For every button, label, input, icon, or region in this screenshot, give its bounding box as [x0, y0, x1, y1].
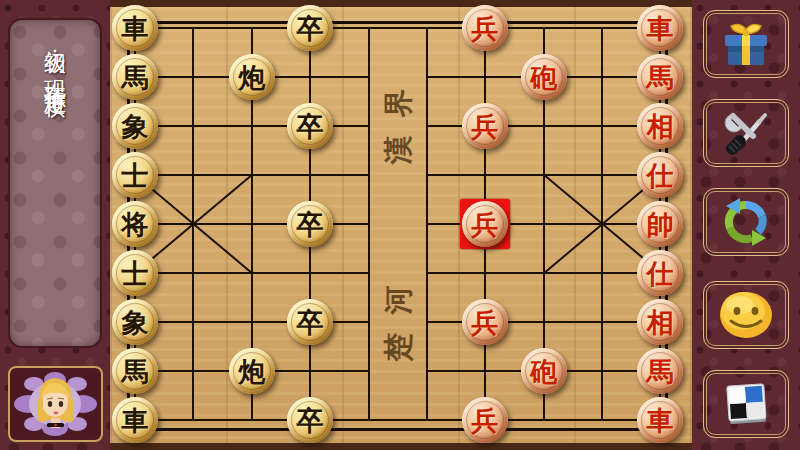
piece-red-兵[interactable]: 兵	[462, 5, 508, 51]
piece-red-相[interactable]: 相	[637, 103, 683, 149]
board-style-button[interactable]	[703, 370, 789, 438]
emotion-button[interactable]	[703, 281, 789, 349]
grid-line	[134, 223, 370, 225]
tools-icon	[719, 106, 773, 160]
piece-glyph: 馬	[122, 358, 149, 385]
piece-glyph: 仕	[647, 260, 674, 287]
refresh-icon	[718, 194, 774, 250]
grid-line	[134, 419, 661, 421]
piece-glyph: 炮	[239, 64, 266, 91]
restart-button[interactable]	[703, 188, 789, 256]
gift-button[interactable]	[703, 10, 789, 78]
player-avatar	[8, 366, 103, 442]
piece-red-砲[interactable]: 砲	[521, 348, 567, 394]
piece-black-象[interactable]: 象	[112, 299, 158, 345]
river-character: 界	[380, 85, 416, 121]
piece-black-車[interactable]: 車	[112, 5, 158, 51]
piece-red-仕[interactable]: 仕	[637, 250, 683, 296]
piece-glyph: 車	[122, 407, 149, 434]
grid-line	[134, 321, 370, 323]
piece-glyph: 象	[122, 113, 149, 140]
settings-button[interactable]	[703, 99, 789, 167]
piece-black-馬[interactable]: 馬	[112, 348, 158, 394]
piece-red-帥[interactable]: 帥	[637, 201, 683, 247]
piece-black-馬[interactable]: 馬	[112, 54, 158, 100]
piece-glyph: 兵	[472, 113, 499, 140]
piece-red-相[interactable]: 相	[637, 299, 683, 345]
grid-line	[134, 27, 661, 29]
piece-black-将[interactable]: 将	[112, 201, 158, 247]
piece-black-士[interactable]: 士	[112, 152, 158, 198]
piece-glyph: 馬	[647, 358, 674, 385]
piece-glyph: 象	[122, 309, 149, 336]
piece-red-兵[interactable]: 兵	[462, 299, 508, 345]
piece-glyph: 卒	[297, 407, 324, 434]
piece-black-炮[interactable]: 炮	[229, 54, 275, 100]
piece-red-兵[interactable]: 兵	[462, 103, 508, 149]
grid-line	[134, 125, 370, 127]
piece-glyph: 卒	[297, 15, 324, 42]
river-character: 河	[380, 282, 416, 318]
piece-glyph: 砲	[531, 358, 558, 385]
board-top-edge	[110, 0, 692, 7]
river-character: 漢	[380, 132, 416, 168]
xiangqi-board[interactable]: 界漢河楚 車馬象士将士象馬車炮炮卒卒卒卒卒兵兵兵兵兵砲砲車馬相仕帥仕相馬車	[110, 0, 692, 450]
smiley-icon	[718, 290, 774, 340]
piece-red-兵[interactable]: 兵	[462, 397, 508, 443]
piece-glyph: 帥	[647, 211, 674, 238]
piece-glyph: 車	[122, 15, 149, 42]
piece-glyph: 兵	[472, 309, 499, 336]
piece-glyph: 兵	[472, 211, 499, 238]
piece-glyph: 馬	[122, 64, 149, 91]
piece-red-兵[interactable]: 兵	[462, 201, 508, 247]
piece-glyph: 卒	[297, 211, 324, 238]
river-character: 楚	[380, 329, 416, 365]
piece-black-士[interactable]: 士	[112, 250, 158, 296]
piece-red-馬[interactable]: 馬	[637, 348, 683, 394]
checkered-cube-icon	[719, 377, 773, 431]
piece-glyph: 卒	[297, 309, 324, 336]
piece-glyph: 炮	[239, 358, 266, 385]
piece-red-仕[interactable]: 仕	[637, 152, 683, 198]
piece-red-馬[interactable]: 馬	[637, 54, 683, 100]
piece-glyph: 車	[647, 407, 674, 434]
piece-black-卒[interactable]: 卒	[287, 201, 333, 247]
piece-black-卒[interactable]: 卒	[287, 5, 333, 51]
avatar-girl-illustration	[10, 368, 101, 440]
piece-red-車[interactable]: 車	[637, 397, 683, 443]
piece-glyph: 将	[122, 211, 149, 238]
piece-glyph: 車	[647, 15, 674, 42]
piece-glyph: 砲	[531, 64, 558, 91]
status-panel: 初级：现在请你走棋！	[8, 18, 102, 348]
piece-glyph: 兵	[472, 15, 499, 42]
piece-glyph: 相	[647, 113, 674, 140]
status-message: 初级：现在请你走棋！	[40, 32, 70, 106]
piece-black-卒[interactable]: 卒	[287, 299, 333, 345]
piece-glyph: 馬	[647, 64, 674, 91]
board-bottom-edge	[110, 443, 692, 450]
piece-glyph: 卒	[297, 113, 324, 140]
piece-glyph: 兵	[472, 407, 499, 434]
piece-black-車[interactable]: 車	[112, 397, 158, 443]
piece-red-砲[interactable]: 砲	[521, 54, 567, 100]
piece-glyph: 士	[122, 260, 149, 287]
piece-red-車[interactable]: 車	[637, 5, 683, 51]
piece-black-卒[interactable]: 卒	[287, 397, 333, 443]
piece-black-炮[interactable]: 炮	[229, 348, 275, 394]
piece-black-象[interactable]: 象	[112, 103, 158, 149]
piece-glyph: 士	[122, 162, 149, 189]
piece-black-卒[interactable]: 卒	[287, 103, 333, 149]
gift-icon	[719, 17, 773, 71]
piece-glyph: 仕	[647, 162, 674, 189]
piece-glyph: 相	[647, 309, 674, 336]
